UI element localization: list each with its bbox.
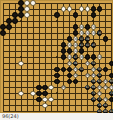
white-stone: [24, 0, 30, 6]
white-stone: [24, 6, 30, 12]
black-stone: [91, 6, 97, 12]
black-stone: [67, 36, 73, 42]
black-stone: 39: [85, 36, 91, 42]
white-stone: 74: [97, 91, 103, 97]
black-stone: 45: [91, 42, 97, 48]
black-stone: [73, 79, 79, 85]
white-stone: 44: [67, 54, 73, 60]
black-stone: [73, 24, 79, 30]
black-stone: [109, 61, 113, 67]
black-stone: [54, 12, 60, 18]
black-stone: [6, 18, 12, 24]
black-stone: 37: [79, 36, 85, 42]
white-stone: 40: [73, 42, 79, 48]
black-stone: 53: [79, 67, 85, 73]
black-stone: [0, 24, 6, 30]
white-stone: 64: [103, 79, 109, 85]
black-stone: [91, 54, 97, 60]
grid-line-h: [3, 105, 112, 106]
white-stone: [67, 6, 73, 12]
white-stone: [42, 97, 48, 103]
black-stone: [61, 42, 67, 48]
black-stone: [36, 91, 42, 97]
black-stone: [61, 48, 67, 54]
white-stone: 62: [91, 73, 97, 79]
black-stone: 55: [97, 67, 103, 73]
black-stone: 77: [97, 97, 103, 103]
white-stone: 60: [85, 73, 91, 79]
white-stone: 34: [91, 30, 97, 36]
black-stone: [97, 6, 103, 12]
white-stone: 30: [79, 30, 85, 36]
black-stone: [85, 24, 91, 30]
black-stone: 49: [73, 61, 79, 67]
black-stone: [61, 54, 67, 60]
white-stone: 70: [103, 85, 109, 91]
black-stone: [91, 12, 97, 18]
black-stone: [109, 73, 113, 79]
black-stone: 47: [73, 54, 79, 60]
black-stone: 79: [97, 103, 103, 109]
white-stone: [48, 97, 54, 103]
white-stone: 78: [91, 24, 97, 30]
move-caption: 96(24): [0, 113, 113, 120]
white-stone: 36: [73, 36, 79, 42]
black-stone: [18, 0, 24, 6]
black-stone: [36, 97, 42, 103]
black-stone: 63: [97, 79, 103, 85]
black-stone: 41: [79, 42, 85, 48]
black-stone: [85, 54, 91, 60]
white-stone: [18, 91, 24, 97]
white-stone: [79, 6, 85, 12]
black-stone: 73: [109, 91, 113, 97]
white-stone: 72: [109, 85, 113, 91]
white-stone: 80: [79, 24, 85, 30]
white-stone: 52: [85, 61, 91, 67]
white-stone: 76: [103, 97, 109, 103]
white-stone: 46: [79, 54, 85, 60]
black-stone: 71: [91, 91, 97, 97]
black-stone: 59: [91, 79, 97, 85]
grid-line-v: [105, 3, 106, 112]
black-stone: 81: [103, 103, 109, 109]
black-stone: [67, 79, 73, 85]
black-stone: 69: [91, 85, 97, 91]
black-stone: [67, 48, 73, 54]
black-stone: [61, 67, 67, 73]
black-stone: 51: [91, 61, 97, 67]
black-stone: [73, 30, 79, 36]
white-stone: 48: [97, 54, 103, 60]
white-stone: 66: [61, 85, 67, 91]
black-stone: [12, 12, 18, 18]
black-stone: [36, 85, 42, 91]
white-stone: [30, 0, 36, 6]
white-stone: 32: [85, 30, 91, 36]
black-stone: 67: [85, 85, 91, 91]
black-stone: [18, 6, 24, 12]
white-stone: [24, 12, 30, 18]
white-stone: 54: [73, 67, 79, 73]
black-stone: [18, 12, 24, 18]
black-stone: [54, 67, 60, 73]
white-stone: [61, 6, 67, 12]
black-stone: [67, 73, 73, 79]
black-stone: [54, 73, 60, 79]
black-stone: [6, 24, 12, 30]
black-stone: [67, 67, 73, 73]
white-stone: 68: [97, 85, 103, 91]
white-stone: 50: [67, 61, 73, 67]
white-stone: [85, 6, 91, 12]
white-stone: 58: [73, 73, 79, 79]
black-stone: [12, 18, 18, 24]
black-stone: 65: [109, 79, 113, 85]
white-stone: 42: [73, 48, 79, 54]
black-stone: [109, 97, 113, 103]
white-stone: [48, 85, 54, 91]
black-stone: [42, 91, 48, 97]
black-stone: 43: [85, 42, 91, 48]
white-stone: [42, 103, 48, 109]
black-stone: [42, 85, 48, 91]
white-stone: [18, 61, 24, 67]
white-stone: 56: [91, 67, 97, 73]
black-stone: [54, 79, 60, 85]
black-stone: [103, 67, 109, 73]
white-stone: 38: [67, 42, 73, 48]
white-stone: [30, 91, 36, 97]
black-stone: [79, 48, 85, 54]
black-stone: [103, 36, 109, 42]
black-stone: 57: [97, 73, 103, 79]
black-stone: 35: [97, 30, 103, 36]
black-stone: [73, 12, 79, 18]
go-board[interactable]: 8078303234353637393840414345424447464850…: [0, 0, 113, 113]
black-stone: 75: [91, 97, 97, 103]
black-stone: [0, 30, 6, 36]
